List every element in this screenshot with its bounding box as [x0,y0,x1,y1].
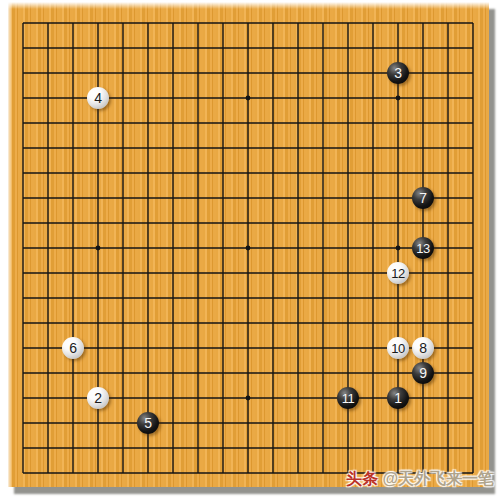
stone-move-number: 9 [419,366,426,380]
watermark: 头条 @天外飞来一笔 [346,469,494,490]
stone-move-number: 11 [342,392,355,405]
stone-black-1: 1 [387,387,409,409]
stone-white-2: 2 [87,387,109,409]
stone-move-number: 12 [391,267,404,280]
star-point [246,246,251,251]
stone-white-6: 6 [62,337,84,359]
stone-white-4: 4 [87,87,109,109]
stone-move-number: 3 [394,66,401,80]
go-diagram-page: 12345678910111213 头条 @天外飞来一笔 [0,0,500,500]
star-point [246,396,251,401]
stone-move-number: 2 [94,391,101,405]
star-point [396,246,401,251]
star-point [396,96,401,101]
stone-move-number: 6 [69,341,76,355]
stone-black-5: 5 [137,412,159,434]
stone-white-8: 8 [412,337,434,359]
stone-white-12: 12 [387,262,409,284]
stone-black-9: 9 [412,362,434,384]
stone-move-number: 4 [94,91,101,105]
stone-white-10: 10 [387,337,409,359]
stone-black-3: 3 [387,62,409,84]
stone-move-number: 8 [419,341,426,355]
stone-black-13: 13 [412,237,434,259]
watermark-brand: 头条 [346,470,378,487]
stone-move-number: 1 [394,391,401,405]
stone-move-number: 5 [144,416,151,430]
stone-black-7: 7 [412,187,434,209]
stone-move-number: 13 [416,242,429,255]
star-point [246,96,251,101]
stone-black-11: 11 [337,387,359,409]
star-point [96,246,101,251]
stone-move-number: 7 [419,191,426,205]
watermark-handle: @天外飞来一笔 [378,470,494,487]
go-board: 12345678910111213 [8,2,489,487]
stone-move-number: 10 [391,342,404,355]
